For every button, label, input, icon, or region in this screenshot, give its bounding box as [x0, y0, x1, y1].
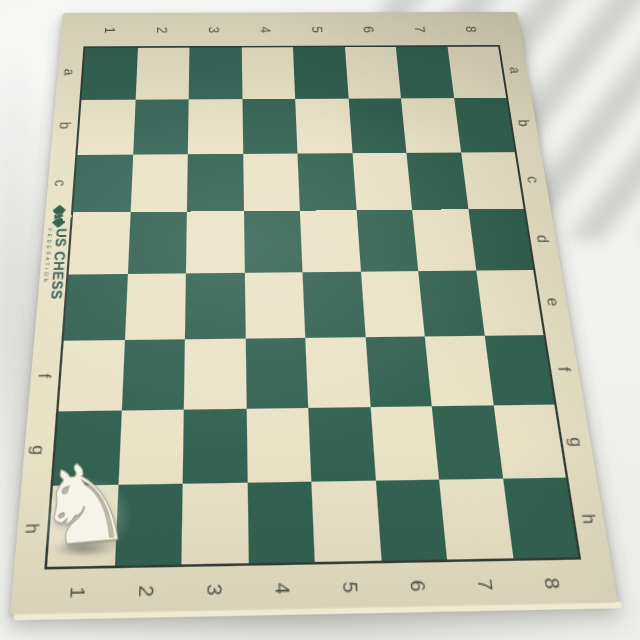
square-d2[interactable] — [127, 212, 187, 274]
square-b7[interactable] — [401, 98, 461, 152]
rank-label-top-7: 7 — [402, 9, 439, 50]
rank-label-top-6: 6 — [352, 9, 388, 50]
square-a2[interactable] — [135, 48, 189, 100]
file-label-right-g: g — [537, 427, 617, 456]
file-label-right-h: h — [548, 503, 631, 534]
rank-label-top-8: 8 — [453, 9, 491, 50]
rank-label-bottom-6: 6 — [397, 551, 438, 622]
square-h3[interactable] — [181, 483, 248, 564]
rank-label-top-2: 2 — [146, 10, 180, 51]
square-e4[interactable] — [244, 272, 305, 338]
rank-label-top-4: 4 — [250, 10, 284, 51]
square-d7[interactable] — [412, 210, 476, 272]
square-f6[interactable] — [365, 336, 432, 406]
square-e3[interactable] — [185, 273, 245, 339]
rank-labels-top: 12345678 — [84, 16, 500, 43]
square-b3[interactable] — [188, 99, 243, 154]
file-label-right-e: e — [516, 290, 591, 315]
square-h4[interactable] — [247, 482, 315, 563]
square-c4[interactable] — [243, 153, 300, 211]
square-c6[interactable] — [352, 152, 412, 210]
square-b2[interactable] — [133, 99, 189, 154]
square-g6[interactable] — [370, 406, 439, 481]
square-a6[interactable] — [345, 47, 401, 98]
rank-label-bottom-3: 3 — [196, 555, 232, 627]
square-d5[interactable] — [300, 210, 361, 272]
file-label-right-c: c — [498, 168, 568, 190]
square-a4[interactable] — [241, 47, 295, 99]
square-e7[interactable] — [418, 271, 484, 337]
square-a5[interactable] — [293, 47, 348, 99]
rank-label-top-5: 5 — [301, 9, 336, 50]
square-a3[interactable] — [189, 47, 242, 99]
square-b4[interactable] — [242, 99, 297, 154]
square-g7[interactable] — [432, 405, 503, 480]
square-d6[interactable] — [356, 210, 418, 272]
square-f2[interactable] — [121, 339, 185, 410]
square-f7[interactable] — [425, 336, 493, 406]
square-e2[interactable] — [124, 273, 186, 339]
file-label-left-a: a — [36, 62, 102, 81]
file-label-left-f: f — [6, 363, 84, 390]
knight-diamond-icon: ♞ — [45, 205, 72, 229]
file-label-right-f: f — [526, 356, 603, 383]
rank-label-bottom-4: 4 — [264, 553, 301, 624]
square-b6[interactable] — [348, 98, 406, 153]
square-g4[interactable] — [246, 407, 311, 483]
rank-label-bottom-2: 2 — [126, 556, 164, 628]
square-c7[interactable] — [406, 152, 468, 210]
rank-label-top-3: 3 — [198, 10, 231, 51]
square-f3[interactable] — [184, 338, 246, 409]
white-knight[interactable]: ♞ — [17, 441, 151, 569]
square-a7[interactable] — [396, 47, 454, 98]
square-g3[interactable] — [183, 408, 247, 484]
square-f5[interactable] — [305, 337, 370, 407]
square-h5[interactable] — [311, 481, 381, 562]
file-label-right-b: b — [490, 113, 558, 133]
square-d4[interactable] — [243, 211, 302, 273]
square-d3[interactable] — [186, 211, 244, 273]
square-e5[interactable] — [302, 272, 365, 338]
rank-label-bottom-5: 5 — [330, 552, 369, 623]
file-label-right-d: d — [507, 227, 579, 250]
square-f4[interactable] — [245, 338, 308, 409]
square-g5[interactable] — [308, 407, 375, 482]
square-c2[interactable] — [130, 154, 188, 212]
square-c5[interactable] — [297, 153, 356, 211]
square-h7[interactable] — [439, 479, 513, 560]
square-e6[interactable] — [360, 271, 424, 337]
file-label-left-b: b — [31, 115, 99, 136]
rank-label-top-1: 1 — [93, 10, 128, 51]
square-c3[interactable] — [187, 153, 244, 211]
square-b5[interactable] — [295, 98, 352, 153]
file-label-left-c: c — [25, 172, 95, 194]
square-h6[interactable] — [375, 480, 447, 561]
logo-text: US CHESS FEDERATION — [41, 228, 69, 299]
file-label-right-a: a — [483, 61, 549, 80]
logo-knight-glyph: ♞ — [51, 211, 67, 221]
photo-scene: 12345678 12345678 abcfgh abcdefgh ♞ US C… — [0, 0, 640, 640]
